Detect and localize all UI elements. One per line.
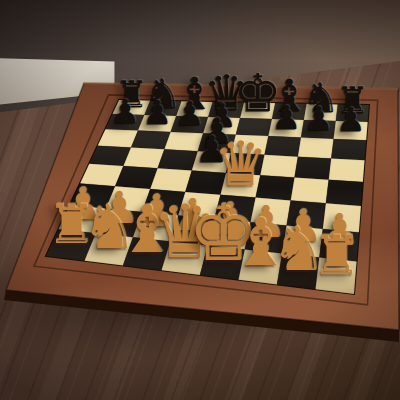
chess-board — [0, 0, 400, 400]
scene: ♜♞♝♛♚♝♞♜♟♟♟♟♟♟♟♟♟♛♟♟♟♟♟♟♟♟♜♞♝♛♚♝♞♜ — [0, 0, 400, 400]
